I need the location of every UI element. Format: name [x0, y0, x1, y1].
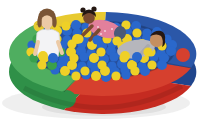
ball — [130, 66, 139, 75]
ball — [79, 52, 88, 61]
ball — [143, 47, 152, 56]
ball — [37, 60, 46, 69]
ball — [80, 66, 89, 75]
ball — [92, 35, 101, 44]
child-left-face — [41, 15, 53, 29]
ball — [48, 53, 58, 63]
joint-tab-red-blue — [176, 48, 190, 62]
ball — [91, 71, 101, 81]
ball — [121, 70, 130, 79]
ball — [71, 71, 80, 80]
ball — [74, 34, 83, 43]
ball — [120, 51, 130, 61]
ball — [132, 52, 142, 62]
pattern-dot — [97, 26, 99, 28]
ball — [111, 71, 120, 80]
ball — [112, 36, 121, 45]
ball — [71, 20, 81, 30]
product-photo: Three children play inside a round padde… — [0, 0, 200, 128]
ball — [109, 52, 118, 61]
ball-pool-photo — [0, 0, 200, 128]
pattern-dot — [100, 33, 102, 35]
child-middle-hair-bun — [80, 7, 85, 12]
ball — [147, 60, 156, 69]
ball — [100, 66, 110, 76]
ball — [60, 66, 70, 76]
pattern-dot — [104, 30, 106, 32]
ball — [157, 60, 167, 70]
child-middle-hair-bun2 — [91, 6, 96, 11]
child-left-hair-side2 — [52, 17, 56, 28]
pattern-dot — [111, 28, 113, 30]
child-left-hair-side — [37, 17, 41, 28]
ball — [38, 51, 48, 61]
ball — [89, 53, 99, 63]
ball — [132, 28, 141, 37]
ball — [61, 21, 70, 30]
